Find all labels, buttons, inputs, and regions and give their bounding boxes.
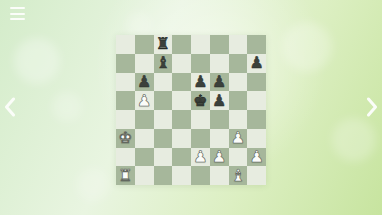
- white-pawn-f2[interactable]: ♟: [212, 148, 226, 164]
- square-a1[interactable]: ♜: [116, 166, 135, 185]
- square-e4[interactable]: [191, 110, 210, 129]
- hamburger-icon: [10, 13, 25, 15]
- chess-board: ♜♝♟♟♟♟♟♚♟♚♟♟♟♟♜♝: [116, 35, 266, 185]
- square-h3[interactable]: [247, 129, 266, 148]
- square-h4[interactable]: [247, 110, 266, 129]
- black-pawn-f6[interactable]: ♟: [212, 73, 226, 89]
- black-bishop-c7[interactable]: ♝: [156, 55, 170, 71]
- square-g8[interactable]: [229, 35, 248, 54]
- square-d8[interactable]: [172, 35, 191, 54]
- square-g5[interactable]: [229, 91, 248, 110]
- square-h8[interactable]: [247, 35, 266, 54]
- square-d3[interactable]: [172, 129, 191, 148]
- white-pawn-e2[interactable]: ♟: [193, 148, 207, 164]
- black-king-e5[interactable]: ♚: [193, 92, 207, 108]
- square-b4[interactable]: [135, 110, 154, 129]
- square-a7[interactable]: [116, 54, 135, 73]
- bokeh-circle: [52, 92, 82, 122]
- square-e5[interactable]: ♚: [191, 91, 210, 110]
- square-g6[interactable]: [229, 73, 248, 92]
- square-b2[interactable]: [135, 148, 154, 167]
- white-pawn-b5[interactable]: ♟: [137, 92, 151, 108]
- hamburger-menu-button[interactable]: [10, 7, 25, 20]
- square-d2[interactable]: [172, 148, 191, 167]
- square-b8[interactable]: [135, 35, 154, 54]
- square-h2[interactable]: ♟: [247, 148, 266, 167]
- square-h7[interactable]: ♟: [247, 54, 266, 73]
- black-rook-c8[interactable]: ♜: [156, 36, 170, 52]
- square-e1[interactable]: [191, 166, 210, 185]
- square-b3[interactable]: [135, 129, 154, 148]
- bokeh-circle: [76, 168, 110, 202]
- square-d4[interactable]: [172, 110, 191, 129]
- next-puzzle-button[interactable]: [366, 97, 378, 117]
- square-f3[interactable]: [210, 129, 229, 148]
- bokeh-circle: [282, 22, 332, 72]
- square-c7[interactable]: ♝: [154, 54, 173, 73]
- square-g7[interactable]: [229, 54, 248, 73]
- square-g3[interactable]: ♟: [229, 129, 248, 148]
- square-a2[interactable]: [116, 148, 135, 167]
- square-c8[interactable]: ♜: [154, 35, 173, 54]
- square-a4[interactable]: [116, 110, 135, 129]
- black-pawn-h7[interactable]: ♟: [249, 55, 263, 71]
- square-d5[interactable]: [172, 91, 191, 110]
- square-f6[interactable]: ♟: [210, 73, 229, 92]
- white-king-a3[interactable]: ♚: [118, 130, 132, 146]
- white-rook-a1[interactable]: ♜: [118, 167, 132, 183]
- chevron-right-icon: [366, 97, 378, 117]
- square-b7[interactable]: [135, 54, 154, 73]
- square-c3[interactable]: [154, 129, 173, 148]
- hamburger-icon: [10, 18, 25, 20]
- bokeh-circle: [14, 38, 60, 84]
- square-f1[interactable]: [210, 166, 229, 185]
- square-c2[interactable]: [154, 148, 173, 167]
- white-pawn-h2[interactable]: ♟: [249, 148, 263, 164]
- square-e6[interactable]: ♟: [191, 73, 210, 92]
- square-d7[interactable]: [172, 54, 191, 73]
- previous-puzzle-button[interactable]: [4, 97, 16, 117]
- square-f4[interactable]: [210, 110, 229, 129]
- square-b5[interactable]: ♟: [135, 91, 154, 110]
- square-f2[interactable]: ♟: [210, 148, 229, 167]
- square-b1[interactable]: [135, 166, 154, 185]
- hamburger-icon: [10, 7, 25, 9]
- square-d1[interactable]: [172, 166, 191, 185]
- bokeh-circle: [332, 118, 376, 162]
- square-e2[interactable]: ♟: [191, 148, 210, 167]
- square-g1[interactable]: ♝: [229, 166, 248, 185]
- black-pawn-b6[interactable]: ♟: [137, 73, 151, 89]
- app-window: ♜♝♟♟♟♟♟♚♟♚♟♟♟♟♜♝: [0, 0, 382, 215]
- square-e7[interactable]: [191, 54, 210, 73]
- square-c5[interactable]: [154, 91, 173, 110]
- square-g4[interactable]: [229, 110, 248, 129]
- square-f7[interactable]: [210, 54, 229, 73]
- square-a6[interactable]: [116, 73, 135, 92]
- square-d6[interactable]: [172, 73, 191, 92]
- white-bishop-g1[interactable]: ♝: [231, 167, 245, 183]
- square-c1[interactable]: [154, 166, 173, 185]
- square-e8[interactable]: [191, 35, 210, 54]
- square-h6[interactable]: [247, 73, 266, 92]
- square-a3[interactable]: ♚: [116, 129, 135, 148]
- square-b6[interactable]: ♟: [135, 73, 154, 92]
- square-f5[interactable]: ♟: [210, 91, 229, 110]
- square-h1[interactable]: [247, 166, 266, 185]
- square-h5[interactable]: [247, 91, 266, 110]
- square-f8[interactable]: [210, 35, 229, 54]
- square-e3[interactable]: [191, 129, 210, 148]
- black-pawn-e6[interactable]: ♟: [193, 73, 207, 89]
- square-a8[interactable]: [116, 35, 135, 54]
- square-c4[interactable]: [154, 110, 173, 129]
- black-pawn-f5[interactable]: ♟: [212, 92, 226, 108]
- square-a5[interactable]: [116, 91, 135, 110]
- square-c6[interactable]: [154, 73, 173, 92]
- chevron-left-icon: [4, 97, 16, 117]
- square-g2[interactable]: [229, 148, 248, 167]
- white-pawn-g3[interactable]: ♟: [231, 130, 245, 146]
